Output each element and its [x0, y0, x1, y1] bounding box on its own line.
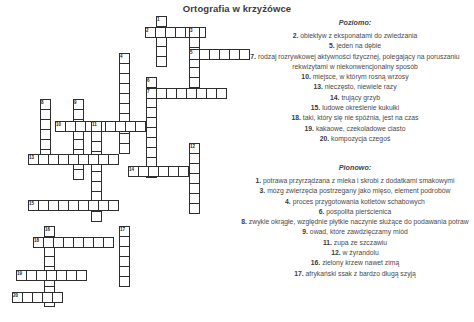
clue-text: zielony krzew nawet zimą — [322, 259, 399, 266]
crossword-cell[interactable] — [189, 203, 200, 214]
clue-text: owad, które zawdzięczamy miód — [310, 228, 408, 235]
crossword-cell[interactable] — [178, 166, 189, 177]
clue-number: 4. — [285, 198, 293, 205]
word-8-down — [40, 99, 51, 160]
clue-text: w żyrandolu — [343, 249, 379, 256]
clue-line: 16. zielony krzew nawet zimą — [240, 258, 470, 268]
clue-line: 7. rodzaj rozrywkowej aktywności fizyczn… — [240, 52, 470, 73]
clue-number: 9. — [302, 228, 310, 235]
clue-text: rodzaj rozrywkowej aktywności fizycznej,… — [258, 53, 460, 70]
across-clue-list: 2. obiektyw z eksponatami do zwiedzania5… — [240, 31, 470, 144]
clue-number: 14. — [330, 94, 341, 101]
clue-line: 6. pospolita pierścienica — [240, 207, 470, 217]
word-14-across — [128, 166, 189, 177]
down-clue-list: 1. potrawa przyrządzana z mleka i skrobi… — [240, 176, 470, 279]
across-clues-section: Poziomo: 2. obiektyw z eksponatami do zw… — [240, 18, 470, 144]
word-4-down — [119, 53, 130, 154]
word-12-down — [189, 143, 200, 214]
clue-line: 13. nieczęsto, niewiele razy — [240, 82, 470, 92]
clue-text: pospolita pierścienica — [326, 208, 391, 215]
clue-number: 16. — [311, 259, 322, 266]
crossword-cell[interactable] — [119, 143, 130, 154]
word-19-across — [16, 270, 87, 281]
clue-text: ludowe określenie kukułki — [322, 104, 399, 111]
clue-line: 4. proces przygotowania kotletów schabow… — [240, 197, 470, 207]
word-20-across — [12, 292, 63, 303]
word-7-across — [146, 88, 227, 99]
clue-number: 8. — [241, 218, 249, 225]
clue-line: 12. w żyrandolu — [240, 248, 470, 258]
crossword-grid[interactable]: 1234567891011121314151617181920 — [0, 0, 260, 322]
across-header: Poziomo: — [240, 18, 470, 27]
clue-text: kompozycja czegoś — [331, 135, 390, 142]
clue-text: miejsce, w którym rosną wrzosy — [313, 73, 409, 80]
clue-line: 15. ludowe określenie kukułki — [240, 103, 470, 113]
clue-line: 1. potrawa przyrządzana z mleka i skrobi… — [240, 176, 470, 186]
word-9-down — [73, 99, 84, 180]
down-header: Pionowo: — [240, 163, 470, 172]
word-15-across — [28, 200, 119, 211]
clue-text: taki, który się nie spóźnia, jest na cza… — [303, 114, 419, 121]
crossword-cell[interactable] — [76, 270, 87, 281]
clue-text: obiektyw z eksponatami do zwiedzania — [300, 32, 417, 39]
word-18-across — [33, 237, 114, 248]
clue-line: 8. zwykle okrągłe, względnie płytkie nac… — [240, 217, 470, 227]
clue-line: 5. jeden na dębie — [240, 41, 470, 51]
clue-line: 9. owad, które zawdzięczamy miód — [240, 227, 470, 237]
clue-number: 11. — [323, 239, 334, 246]
clue-text: zupa ze szczawiu — [334, 239, 387, 246]
clue-text: nieczęsto, niewiele razy — [325, 83, 397, 90]
clue-line: 2. obiektyw z eksponatami do zwiedzania — [240, 31, 470, 41]
clue-number: 18. — [292, 114, 303, 121]
crossword-cell[interactable] — [73, 169, 84, 180]
clue-line: 18. taki, który się nie spóźnia, jest na… — [240, 113, 470, 123]
clue-text: mózg zwierzęcia postrzegany jako mięso, … — [267, 187, 450, 194]
down-clues-section: Pionowo: 1. potrawa przyrządzana z mleka… — [240, 163, 470, 279]
clue-text: jeden na dębie — [336, 42, 381, 49]
clue-number: 1. — [255, 177, 263, 184]
crossword-cell[interactable] — [108, 200, 119, 211]
clue-line: 3. mózg zwierzęcia postrzegany jako mięs… — [240, 186, 470, 196]
clue-text: trujący grzyb — [341, 94, 380, 101]
word-17-down — [119, 226, 130, 287]
clue-number: 20. — [320, 135, 331, 142]
word-13-across — [28, 154, 119, 165]
clue-line: 17. afrykański ssak z bardzo długą szyją — [240, 269, 470, 279]
clue-number: 12. — [331, 249, 342, 256]
clue-text: afrykański ssak z bardzo długą szyją — [306, 270, 416, 277]
crossword-cell[interactable] — [103, 237, 114, 248]
crossword-cell[interactable] — [135, 121, 146, 132]
crossword-cell[interactable] — [156, 56, 167, 67]
clue-line: 19. kakaowe, czekoladowe ciasto — [240, 124, 470, 134]
clue-number: 7. — [250, 53, 258, 60]
clue-text: kakaowe, czekoladowe ciasto — [316, 125, 406, 132]
clue-text: zwykle okrągłe, względnie płytkie naczyn… — [249, 218, 469, 225]
crossword-cell[interactable] — [52, 292, 63, 303]
clue-number: 19. — [305, 125, 316, 132]
crossword-cell[interactable] — [108, 154, 119, 165]
crossword-cell[interactable] — [91, 211, 102, 222]
clue-number: 15. — [311, 104, 322, 111]
crossword-cell[interactable] — [216, 88, 227, 99]
clue-text: potrawa przyrządzana z mleka i skrobi z … — [263, 177, 455, 184]
clue-number: 17. — [294, 270, 305, 277]
clue-text: proces przygotowania kotletów schabowych — [293, 198, 425, 205]
clue-number: 13. — [313, 83, 324, 90]
clue-line: 10. miejsce, w którym rosną wrzosy — [240, 72, 470, 82]
clue-number: 10. — [301, 73, 312, 80]
clue-line: 20. kompozycja czegoś — [240, 134, 470, 144]
crossword-cell[interactable] — [119, 276, 130, 287]
clue-line: 14. trujący grzyb — [240, 93, 470, 103]
word-1-down — [156, 16, 167, 67]
clue-line: 11. zupa ze szczawiu — [240, 238, 470, 248]
